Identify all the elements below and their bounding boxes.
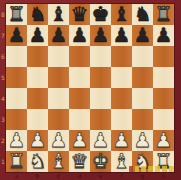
square-f4[interactable]	[111, 88, 132, 109]
white-pawn[interactable]: ♟	[92, 130, 110, 151]
black-pawn[interactable]: ♟	[71, 25, 89, 46]
square-e4[interactable]	[90, 88, 111, 109]
square-g5[interactable]	[132, 67, 153, 88]
white-knight[interactable]: ♞	[29, 151, 47, 172]
rank-label-1: 1	[0, 159, 6, 165]
black-bishop[interactable]: ♝	[113, 4, 131, 25]
file-label-e: e	[90, 173, 111, 179]
square-g4[interactable]	[132, 88, 153, 109]
file-label-a: a	[6, 173, 27, 179]
square-f6[interactable]	[111, 46, 132, 67]
square-h5[interactable]	[153, 67, 174, 88]
black-rook[interactable]: ♜	[155, 4, 173, 25]
rank-label-6: 6	[0, 54, 6, 60]
rank-label-7: 7	[0, 33, 6, 39]
white-bishop[interactable]: ♝	[50, 151, 68, 172]
square-b4[interactable]	[27, 88, 48, 109]
square-g7[interactable]: ♟	[132, 25, 153, 46]
square-a1[interactable]: ♜	[6, 151, 27, 172]
square-c5[interactable]	[48, 67, 69, 88]
white-pawn[interactable]: ♟	[50, 130, 68, 151]
black-pawn[interactable]: ♟	[134, 25, 152, 46]
square-b1[interactable]: ♞	[27, 151, 48, 172]
white-pawn[interactable]: ♟	[134, 130, 152, 151]
black-queen[interactable]: ♛	[71, 4, 89, 25]
white-rook[interactable]: ♜	[8, 151, 26, 172]
file-label-h: h	[153, 173, 174, 179]
square-f5[interactable]	[111, 67, 132, 88]
file-label-b: b	[27, 173, 48, 179]
white-bishop[interactable]: ♝	[113, 151, 131, 172]
square-b6[interactable]	[27, 46, 48, 67]
square-d6[interactable]	[69, 46, 90, 67]
square-h7[interactable]: ♟	[153, 25, 174, 46]
square-c7[interactable]: ♟	[48, 25, 69, 46]
square-e7[interactable]: ♟	[90, 25, 111, 46]
white-pawn[interactable]: ♟	[113, 130, 131, 151]
square-e1[interactable]: ♚	[90, 151, 111, 172]
square-c1[interactable]: ♝	[48, 151, 69, 172]
gold-watermark	[129, 166, 174, 172]
black-pawn[interactable]: ♟	[8, 25, 26, 46]
black-pawn[interactable]: ♟	[29, 25, 47, 46]
rank-label-3: 3	[0, 117, 6, 123]
white-king[interactable]: ♚	[92, 151, 110, 172]
square-e6[interactable]	[90, 46, 111, 67]
square-b5[interactable]	[27, 67, 48, 88]
square-d1[interactable]: ♛	[69, 151, 90, 172]
rank-label-8: 8	[0, 12, 6, 18]
square-a4[interactable]	[6, 88, 27, 109]
square-a7[interactable]: ♟	[6, 25, 27, 46]
file-label-f: f	[111, 173, 132, 179]
square-h4[interactable]	[153, 88, 174, 109]
square-d4[interactable]	[69, 88, 90, 109]
black-pawn[interactable]: ♟	[155, 25, 173, 46]
square-b7[interactable]: ♟	[27, 25, 48, 46]
square-h6[interactable]	[153, 46, 174, 67]
square-d7[interactable]: ♟	[69, 25, 90, 46]
black-pawn[interactable]: ♟	[92, 25, 110, 46]
chess-board[interactable]: ♜♞♝♛♚♝♞♜♟♟♟♟♟♟♟♟♟♟♟♟♟♟♟♟♜♞♝♛♚♝♞♜	[6, 4, 174, 172]
square-c4[interactable]	[48, 88, 69, 109]
square-a6[interactable]	[6, 46, 27, 67]
black-knight[interactable]: ♞	[29, 4, 47, 25]
file-label-c: c	[48, 173, 69, 179]
file-label-d: d	[69, 173, 90, 179]
square-f7[interactable]: ♟	[111, 25, 132, 46]
chess-board-window: ♜♞♝♛♚♝♞♜♟♟♟♟♟♟♟♟♟♟♟♟♟♟♟♟♜♞♝♛♚♝♞♜ 8765432…	[0, 0, 181, 180]
square-e5[interactable]	[90, 67, 111, 88]
file-label-g: g	[132, 173, 153, 179]
black-knight[interactable]: ♞	[134, 4, 152, 25]
black-pawn[interactable]: ♟	[113, 25, 131, 46]
black-bishop[interactable]: ♝	[50, 4, 68, 25]
square-d5[interactable]	[69, 67, 90, 88]
white-queen[interactable]: ♛	[71, 151, 89, 172]
rank-label-5: 5	[0, 75, 6, 81]
white-pawn[interactable]: ♟	[71, 130, 89, 151]
white-pawn[interactable]: ♟	[29, 130, 47, 151]
square-a5[interactable]	[6, 67, 27, 88]
white-pawn[interactable]: ♟	[155, 130, 173, 151]
rank-label-2: 2	[0, 138, 6, 144]
black-king[interactable]: ♚	[92, 4, 110, 25]
black-pawn[interactable]: ♟	[50, 25, 68, 46]
white-pawn[interactable]: ♟	[8, 130, 26, 151]
square-g6[interactable]	[132, 46, 153, 67]
black-rook[interactable]: ♜	[8, 4, 26, 25]
rank-label-4: 4	[0, 96, 6, 102]
square-c6[interactable]	[48, 46, 69, 67]
